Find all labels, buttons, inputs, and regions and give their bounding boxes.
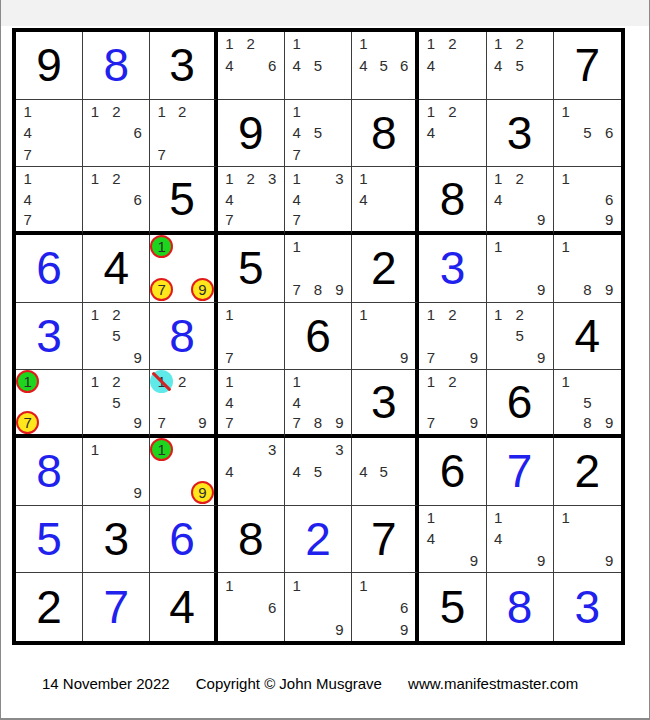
- candidate-pos-7: 7: [17, 144, 38, 166]
- candidate-pos-3: [530, 168, 551, 189]
- cell-r7c8[interactable]: 7: [487, 438, 554, 506]
- candidate-digit: 1: [494, 510, 502, 525]
- candidate-pos-9: 9: [463, 412, 484, 433]
- cell-r7c2[interactable]: 19: [83, 438, 150, 506]
- candidate-pos-4: [219, 596, 240, 618]
- candidate-pos-2: [442, 507, 463, 529]
- cell-r5c1[interactable]: 3: [16, 303, 83, 371]
- candidate-pos-4: 4: [286, 55, 307, 77]
- given-digit: 6: [285, 303, 351, 370]
- candidate-pos-8: [509, 76, 530, 98]
- cell-r7c3[interactable]: 19: [150, 438, 217, 506]
- candidate-pos-5: [106, 122, 127, 144]
- candidate-grid: 14: [353, 168, 414, 230]
- candidate-pos-5: [240, 325, 261, 347]
- candidate-digit: 1: [359, 171, 367, 186]
- candidate-pos-3: [598, 168, 620, 189]
- candidate-pos-7: [353, 209, 373, 230]
- candidate-digit: 9: [605, 212, 613, 227]
- candidate-pos-1: 1: [555, 101, 577, 123]
- candidate-pos-8: [374, 209, 394, 230]
- solved-digit: 3: [554, 573, 621, 641]
- cell-r6c3[interactable]: 1279: [150, 370, 217, 438]
- cell-r1c4[interactable]: 1246: [218, 32, 285, 100]
- candidate-pos-7: 7: [420, 347, 441, 369]
- candidate-pos-8: [577, 209, 599, 230]
- cell-r1c8[interactable]: 1245: [487, 32, 554, 100]
- given-digit: 4: [150, 573, 213, 641]
- candidate-pos-5: [577, 189, 599, 210]
- candidate-pos-8: [240, 482, 261, 504]
- cell-r5c3[interactable]: 8: [150, 303, 217, 371]
- candidate-digit: 5: [112, 328, 120, 343]
- candidate-pos-2: 2: [442, 304, 463, 326]
- candidate-digit: 6: [605, 192, 613, 207]
- candidate-pos-3: [127, 101, 148, 123]
- candidate-digit: 2: [178, 374, 186, 389]
- candidate-digit: 5: [112, 395, 120, 410]
- candidate-digit: 3: [268, 171, 276, 186]
- candidate-pos-6: [329, 258, 350, 280]
- candidate-pos-1: 1: [555, 371, 577, 392]
- cell-r4c7[interactable]: 3: [419, 235, 486, 303]
- cell-r5c4[interactable]: 17: [218, 303, 285, 371]
- candidate-digit: 2: [515, 307, 523, 322]
- candidate-pos-7: [353, 347, 373, 369]
- cell-r3c2[interactable]: 126: [83, 167, 150, 235]
- cell-r8c5[interactable]: 2: [285, 506, 352, 574]
- candidate-pos-9: [598, 144, 620, 166]
- candidate-digit: 4: [24, 125, 32, 140]
- cell-r4c8[interactable]: 19: [487, 235, 554, 303]
- candidate-pos-6: [261, 325, 282, 347]
- candidate-digit: 5: [583, 125, 591, 140]
- cell-r9c7[interactable]: 5: [419, 573, 486, 641]
- cell-r2c6[interactable]: 8: [352, 100, 419, 168]
- cell-r4c2[interactable]: 4: [83, 235, 150, 303]
- candidate-pos-1: 1: [84, 371, 105, 392]
- given-digit: 4: [83, 235, 149, 302]
- cell-r8c8[interactable]: 149: [487, 506, 554, 574]
- candidate-pos-8: [106, 209, 127, 230]
- candidate-pos-2: 2: [172, 371, 192, 392]
- cell-r2c4[interactable]: 9: [218, 100, 285, 168]
- cell-r9c2[interactable]: 7: [83, 573, 150, 641]
- candidate-pos-6: [329, 189, 350, 210]
- candidate-pos-5: 5: [577, 122, 599, 144]
- cell-r7c9[interactable]: 2: [554, 438, 621, 506]
- cell-r9c4[interactable]: 16: [218, 573, 285, 641]
- candidate-pos-7: [555, 144, 577, 166]
- candidate-digit: 1: [494, 171, 502, 186]
- candidate-pos-2: [374, 304, 394, 326]
- candidate-pos-1: 1: [286, 33, 307, 55]
- candidate-pos-8: [374, 76, 394, 98]
- candidate-pos-5: [509, 258, 530, 280]
- cell-r2c7[interactable]: 124: [419, 100, 486, 168]
- candidate-pos-6: 6: [261, 596, 282, 618]
- cell-r1c9[interactable]: 7: [554, 32, 621, 100]
- candidate-pos-2: 2: [442, 101, 463, 123]
- candidate-pos-1: [353, 439, 373, 461]
- candidate-pos-3: [463, 507, 484, 529]
- candidate-pos-6: 6: [394, 55, 414, 77]
- cell-r2c5[interactable]: 1457: [285, 100, 352, 168]
- candidate-pos-2: [38, 168, 59, 189]
- candidate-digit: 7: [157, 415, 165, 430]
- candidate-grid: 19: [555, 507, 620, 572]
- cell-r3c3[interactable]: 5: [150, 167, 217, 235]
- candidate-pos-4: 4: [353, 55, 373, 77]
- candidate-digit: 9: [605, 553, 613, 568]
- cell-r1c1[interactable]: 9: [16, 32, 83, 100]
- cell-r9c8[interactable]: 8: [487, 573, 554, 641]
- candidate-pos-1: 1: [219, 33, 240, 55]
- cell-r5c6[interactable]: 19: [352, 303, 419, 371]
- candidate-pos-4: 4: [353, 189, 373, 210]
- candidate-pos-9: 9: [394, 618, 414, 640]
- candidate-pos-2: [577, 507, 599, 529]
- candidate-digit: 7: [157, 147, 165, 162]
- candidate-pos-8: 8: [307, 412, 328, 433]
- cell-r9c3[interactable]: 4: [150, 573, 217, 641]
- cell-r6c8[interactable]: 6: [487, 370, 554, 438]
- candidate-pos-1: 1: [286, 371, 307, 392]
- candidate-pos-8: [307, 618, 328, 640]
- candidate-digit: 1: [91, 307, 99, 322]
- candidate-pos-6: [60, 189, 81, 210]
- candidate-digit: 4: [359, 58, 367, 73]
- cell-r5c5[interactable]: 6: [285, 303, 352, 371]
- candidate-digit: 9: [134, 350, 142, 365]
- candidate-digit: 9: [470, 553, 478, 568]
- cell-r9c1[interactable]: 2: [16, 573, 83, 641]
- candidate-pos-6: [598, 528, 620, 550]
- candidate-pos-8: [577, 550, 599, 572]
- candidate-pos-5: [38, 392, 59, 413]
- cell-r2c8[interactable]: 3: [487, 100, 554, 168]
- candidate-pos-6: [127, 461, 148, 483]
- candidate-digit: 1: [225, 374, 233, 389]
- cell-r5c7[interactable]: 1279: [419, 303, 486, 371]
- cell-r6c5[interactable]: 14789: [285, 370, 352, 438]
- candidate-digit: 1: [292, 171, 300, 186]
- candidate-pos-4: 4: [353, 461, 373, 483]
- cell-r1c5[interactable]: 145: [285, 32, 352, 100]
- candidate-pos-4: 4: [219, 392, 240, 413]
- cell-r2c3[interactable]: 127: [150, 100, 217, 168]
- candidate-pos-1: 1: [353, 304, 373, 326]
- candidate-pos-9: [530, 76, 551, 98]
- candidate-pos-5: 5: [307, 122, 328, 144]
- candidate-digit: 5: [380, 58, 388, 73]
- cell-r4c1[interactable]: 6: [16, 235, 83, 303]
- cell-r3c4[interactable]: 12347: [218, 167, 285, 235]
- cell-r8c3[interactable]: 6: [150, 506, 217, 574]
- candidate-pos-7: [353, 76, 373, 98]
- candidate-pos-7: [286, 482, 307, 504]
- given-digit: 4: [554, 303, 621, 370]
- candidate-pos-9: 9: [530, 279, 551, 301]
- candidate-digit: 9: [335, 282, 343, 297]
- candidate-pos-5: 5: [106, 325, 127, 347]
- candidate-pos-7: [353, 618, 373, 640]
- cell-r1c6[interactable]: 1456: [352, 32, 419, 100]
- candidate-digit: 1: [225, 36, 233, 51]
- candidate-digit: 9: [134, 485, 142, 500]
- cell-r6c7[interactable]: 1279: [419, 370, 486, 438]
- candidate-digit: 4: [292, 58, 300, 73]
- candidate-pos-3: 3: [261, 168, 282, 189]
- candidate-pos-5: [240, 596, 261, 618]
- cell-r7c4[interactable]: 34: [218, 438, 285, 506]
- candidate-pos-9: [463, 76, 484, 98]
- candidate-pos-4: 4: [488, 189, 509, 210]
- candidate-pos-7: 7: [219, 209, 240, 230]
- solved-digit: 8: [487, 573, 553, 641]
- candidate-pos-3: [60, 371, 81, 392]
- candidate-pos-2: 2: [240, 168, 261, 189]
- candidate-pos-1: 1: [488, 33, 509, 55]
- cell-r4c3[interactable]: 179: [150, 235, 217, 303]
- cell-r6c4[interactable]: 147: [218, 370, 285, 438]
- candidate-pos-7: [286, 76, 307, 98]
- candidate-grid: 17: [219, 304, 283, 369]
- cell-r9c6[interactable]: 169: [352, 573, 419, 641]
- candidate-pos-5: [172, 258, 192, 280]
- candidate-pos-5: 5: [509, 55, 530, 77]
- candidate-pos-5: [442, 55, 463, 77]
- candidate-pos-7: [84, 347, 105, 369]
- candidate-pos-2: [307, 574, 328, 596]
- cell-r2c9[interactable]: 156: [554, 100, 621, 168]
- candidate-digit: 1: [494, 307, 502, 322]
- candidate-pos-9: [394, 209, 414, 230]
- candidate-pos-3: [127, 168, 148, 189]
- candidate-pos-9: [261, 618, 282, 640]
- candidate-digit: 2: [112, 171, 120, 186]
- candidate-pos-6: [530, 189, 551, 210]
- candidate-pos-8: [106, 347, 127, 369]
- candidate-digit: 1: [561, 239, 569, 254]
- cell-r2c2[interactable]: 126: [83, 100, 150, 168]
- candidate-pos-9: [192, 144, 212, 166]
- candidate-digit: 4: [225, 192, 233, 207]
- cell-r4c9[interactable]: 189: [554, 235, 621, 303]
- cell-r5c2[interactable]: 1259: [83, 303, 150, 371]
- candidate-pos-4: 4: [219, 461, 240, 483]
- candidate-pos-8: [240, 76, 261, 98]
- given-digit: 8: [419, 167, 485, 231]
- candidate-pos-5: [172, 461, 192, 483]
- given-digit: 6: [487, 370, 553, 434]
- candidate-pos-2: 2: [240, 33, 261, 55]
- candidate-pos-8: [374, 347, 394, 369]
- candidate-pos-3: [394, 168, 414, 189]
- candidate-pos-4: 4: [488, 55, 509, 77]
- given-digit: 8: [218, 506, 284, 573]
- candidate-pos-1: 1: [488, 507, 509, 529]
- cell-r8c2[interactable]: 3: [83, 506, 150, 574]
- candidate-pos-7: [219, 618, 240, 640]
- candidate-pos-6: 6: [127, 189, 148, 210]
- cell-r6c9[interactable]: 1589: [554, 370, 621, 438]
- candidate-pos-9: 9: [394, 347, 414, 369]
- cell-r1c2[interactable]: 8: [83, 32, 150, 100]
- candidate-pos-8: [509, 347, 530, 369]
- cell-r1c3[interactable]: 3: [150, 32, 217, 100]
- candidate-pos-6: 6: [127, 122, 148, 144]
- cell-r3c8[interactable]: 1249: [487, 167, 554, 235]
- candidate-pos-7: [555, 550, 577, 572]
- candidate-digit: 1: [157, 104, 165, 119]
- cell-r6c2[interactable]: 1259: [83, 370, 150, 438]
- candidate-grid: 12347: [219, 168, 283, 230]
- given-digit: 3: [83, 506, 149, 573]
- candidate-pos-6: [192, 461, 212, 483]
- cell-r4c6[interactable]: 2: [352, 235, 419, 303]
- candidate-digit: 2: [448, 374, 456, 389]
- cell-r3c5[interactable]: 1347: [285, 167, 352, 235]
- candidate-pos-4: [488, 325, 509, 347]
- candidate-pos-2: [307, 33, 328, 55]
- candidate-digit: 1: [157, 442, 165, 457]
- candidate-digit: 1: [157, 239, 165, 254]
- cell-r8c6[interactable]: 7: [352, 506, 419, 574]
- cell-r9c5[interactable]: 19: [285, 573, 352, 641]
- candidate-pos-1: 1: [555, 168, 577, 189]
- candidate-pos-7: [488, 347, 509, 369]
- candidate-pos-3: [463, 101, 484, 123]
- cell-r8c7[interactable]: 149: [419, 506, 486, 574]
- candidate-pos-5: 5: [307, 461, 328, 483]
- candidate-pos-1: 1: [353, 33, 373, 55]
- candidate-pos-8: [106, 482, 127, 504]
- cell-r2c1[interactable]: 147: [16, 100, 83, 168]
- candidate-digit: 3: [335, 442, 343, 457]
- cell-r4c5[interactable]: 1789: [285, 235, 352, 303]
- sudoku-board: 9831246145145612412457147126127914578124…: [12, 28, 625, 645]
- candidate-pos-2: [374, 439, 394, 461]
- candidate-pos-8: [577, 144, 599, 166]
- cell-r1c7[interactable]: 124: [419, 32, 486, 100]
- candidate-grid: 1279: [420, 304, 484, 369]
- cell-r7c6[interactable]: 45: [352, 438, 419, 506]
- candidate-pos-2: 2: [106, 168, 127, 189]
- candidate-digit: 4: [292, 395, 300, 410]
- cell-r9c9[interactable]: 3: [554, 573, 621, 641]
- candidate-pos-4: 4: [488, 528, 509, 550]
- candidate-pos-5: [240, 55, 261, 77]
- cell-r8c9[interactable]: 19: [554, 506, 621, 574]
- cell-r5c9[interactable]: 4: [554, 303, 621, 371]
- given-digit: 6: [419, 438, 485, 505]
- candidate-pos-7: 7: [286, 279, 307, 301]
- candidate-pos-1: 1: [488, 304, 509, 326]
- candidate-pos-1: 1: [219, 371, 240, 392]
- cell-r3c7[interactable]: 8: [419, 167, 486, 235]
- candidate-pos-7: [420, 144, 441, 166]
- candidate-pos-6: 6: [598, 122, 620, 144]
- candidate-pos-1: 1: [84, 439, 105, 461]
- candidate-pos-7: [555, 412, 577, 433]
- candidate-pos-7: [420, 76, 441, 98]
- candidate-pos-3: [329, 574, 350, 596]
- candidate-pos-7: [555, 279, 577, 301]
- cell-r6c6[interactable]: 3: [352, 370, 419, 438]
- candidate-pos-3: [192, 236, 212, 258]
- candidate-digit: 7: [292, 282, 300, 297]
- candidate-grid: 16: [219, 574, 283, 640]
- candidate-pos-4: [555, 528, 577, 550]
- cell-r3c9[interactable]: 169: [554, 167, 621, 235]
- candidate-pos-2: 2: [106, 101, 127, 123]
- cell-r7c7[interactable]: 6: [419, 438, 486, 506]
- candidate-digit: 7: [427, 415, 435, 430]
- cell-r5c8[interactable]: 1259: [487, 303, 554, 371]
- candidate-digit: 4: [359, 464, 367, 479]
- candidate-digit: 6: [400, 600, 408, 615]
- candidate-grid: 147: [219, 371, 283, 433]
- candidate-pos-4: 4: [17, 122, 38, 144]
- candidate-pos-3: 3: [261, 439, 282, 461]
- candidate-pos-6: [463, 55, 484, 77]
- candidate-grid: 169: [353, 574, 414, 640]
- cell-r7c5[interactable]: 345: [285, 438, 352, 506]
- candidate-grid: 169: [555, 168, 620, 230]
- candidate-digit: 1: [91, 374, 99, 389]
- cell-r8c4[interactable]: 8: [218, 506, 285, 574]
- candidate-digit: 5: [380, 464, 388, 479]
- candidate-grid: 19: [84, 439, 148, 504]
- candidate-pos-6: [463, 325, 484, 347]
- cell-r3c1[interactable]: 147: [16, 167, 83, 235]
- candidate-pos-2: [509, 236, 530, 258]
- candidate-grid: 156: [555, 101, 620, 166]
- cell-r6c1[interactable]: 17: [16, 370, 83, 438]
- candidate-pos-9: 9: [192, 482, 212, 504]
- candidate-pos-8: [240, 412, 261, 433]
- candidate-pos-3: [530, 304, 551, 326]
- given-digit: 5: [419, 573, 485, 641]
- solved-digit: 2: [285, 506, 351, 573]
- candidate-grid: 1789: [286, 236, 350, 301]
- candidate-pos-5: 5: [307, 55, 328, 77]
- candidate-grid: 19: [488, 236, 552, 301]
- candidate-pos-6: [598, 392, 620, 413]
- candidate-digit: 7: [292, 415, 300, 430]
- candidate-digit: 5: [515, 58, 523, 73]
- candidate-pos-9: [127, 144, 148, 166]
- cell-r7c1[interactable]: 8: [16, 438, 83, 506]
- candidate-digit: 9: [605, 282, 613, 297]
- candidate-pos-9: 9: [329, 279, 350, 301]
- cell-r8c1[interactable]: 5: [16, 506, 83, 574]
- candidate-pos-5: [38, 189, 59, 210]
- candidate-digit: 5: [583, 395, 591, 410]
- candidate-pos-2: 2: [106, 304, 127, 326]
- candidate-pos-3: [192, 371, 212, 392]
- cell-r4c4[interactable]: 5: [218, 235, 285, 303]
- candidate-pos-3: [394, 33, 414, 55]
- candidate-pos-2: [307, 439, 328, 461]
- candidate-pos-9: 9: [598, 550, 620, 572]
- given-digit: 3: [150, 32, 213, 99]
- cell-r3c6[interactable]: 14: [352, 167, 419, 235]
- candidate-pos-3: [598, 101, 620, 123]
- candidate-digit: 1: [561, 171, 569, 186]
- candidate-digit: 9: [400, 622, 408, 637]
